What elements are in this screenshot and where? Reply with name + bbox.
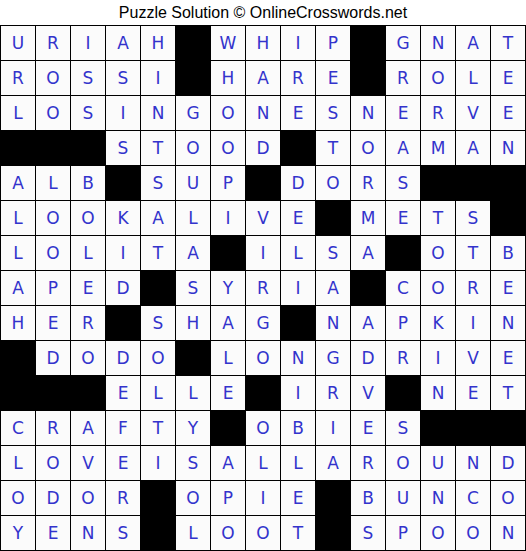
letter-cell: L xyxy=(281,446,315,480)
black-cell xyxy=(1,341,35,375)
letter-cell: I xyxy=(421,341,455,375)
letter-cell: S xyxy=(386,411,420,445)
letter-cell: O xyxy=(36,201,70,235)
letter-cell: R xyxy=(71,306,105,340)
letter-cell: E xyxy=(491,96,525,130)
letter-cell: S xyxy=(351,516,385,550)
letter-cell: A xyxy=(141,201,175,235)
letter-cell: E xyxy=(281,96,315,130)
letter-cell: N xyxy=(456,446,490,480)
letter-cell: T xyxy=(141,236,175,270)
letter-cell: A xyxy=(246,61,280,95)
black-cell xyxy=(141,481,175,515)
letter-cell: R xyxy=(246,271,280,305)
letter-cell: N xyxy=(281,341,315,375)
letter-cell: S xyxy=(176,446,210,480)
letter-cell: N xyxy=(421,26,455,60)
letter-cell: S xyxy=(386,166,420,200)
letter-cell: R xyxy=(456,271,490,305)
letter-cell: A xyxy=(71,411,105,445)
letter-cell: O xyxy=(421,271,455,305)
letter-cell: R xyxy=(421,96,455,130)
letter-cell: O xyxy=(421,236,455,270)
letter-cell: K xyxy=(106,201,140,235)
black-cell xyxy=(351,26,385,60)
black-cell xyxy=(281,131,315,165)
letter-cell: E xyxy=(36,306,70,340)
page-title: Puzzle Solution © OnlineCrosswords.net xyxy=(0,0,526,25)
letter-cell: A xyxy=(106,26,140,60)
black-cell xyxy=(316,516,350,550)
letter-cell: I xyxy=(211,201,245,235)
letter-cell: S xyxy=(106,516,140,550)
letter-cell: A xyxy=(386,131,420,165)
letter-cell: H xyxy=(176,306,210,340)
letter-cell: L xyxy=(176,376,210,410)
letter-cell: A xyxy=(456,26,490,60)
letter-cell: E xyxy=(456,376,490,410)
letter-cell: T xyxy=(141,411,175,445)
letter-cell: O xyxy=(36,96,70,130)
letter-cell: N xyxy=(421,376,455,410)
black-cell xyxy=(351,61,385,95)
letter-cell: T xyxy=(281,516,315,550)
black-cell xyxy=(456,166,490,200)
black-cell xyxy=(176,341,210,375)
black-cell xyxy=(1,131,35,165)
black-cell xyxy=(176,61,210,95)
letter-cell: H xyxy=(246,26,280,60)
letter-cell: R xyxy=(316,376,350,410)
letter-cell: L xyxy=(1,201,35,235)
black-cell xyxy=(1,376,35,410)
letter-cell: E xyxy=(211,376,245,410)
black-cell xyxy=(491,166,525,200)
letter-cell: S xyxy=(456,201,490,235)
letter-cell: I xyxy=(281,26,315,60)
letter-cell: E xyxy=(106,376,140,410)
letter-cell: R xyxy=(386,341,420,375)
letter-cell: L xyxy=(36,166,70,200)
letter-cell: E xyxy=(386,201,420,235)
letter-cell: Y xyxy=(176,411,210,445)
letter-cell: E xyxy=(281,201,315,235)
black-cell xyxy=(386,236,420,270)
letter-cell: L xyxy=(456,61,490,95)
letter-cell: O xyxy=(1,481,35,515)
black-cell xyxy=(421,166,455,200)
letter-cell: I xyxy=(106,236,140,270)
letter-cell: S xyxy=(141,166,175,200)
letter-cell: T xyxy=(421,201,455,235)
letter-cell: O xyxy=(176,131,210,165)
black-cell xyxy=(176,26,210,60)
letter-cell: V xyxy=(351,376,385,410)
letter-cell: L xyxy=(211,341,245,375)
letter-cell: E xyxy=(386,96,420,130)
black-cell xyxy=(491,411,525,445)
black-cell xyxy=(141,271,175,305)
letter-cell: B xyxy=(281,411,315,445)
letter-cell: V xyxy=(71,446,105,480)
letter-cell: A xyxy=(351,306,385,340)
letter-cell: D xyxy=(106,271,140,305)
letter-cell: S xyxy=(106,61,140,95)
letter-cell: I xyxy=(281,271,315,305)
letter-cell: O xyxy=(351,131,385,165)
crossword-grid: URIAHWHIPGNATROSSIHAREROLELOSINGONESNERV… xyxy=(0,25,526,551)
letter-cell: O xyxy=(246,516,280,550)
letter-cell: T xyxy=(491,376,525,410)
letter-cell: O xyxy=(456,516,490,550)
letter-cell: A xyxy=(316,446,350,480)
letter-cell: H xyxy=(141,26,175,60)
letter-cell: P xyxy=(211,481,245,515)
letter-cell: B xyxy=(351,481,385,515)
letter-cell: L xyxy=(1,446,35,480)
letter-cell: P xyxy=(316,26,350,60)
letter-cell: A xyxy=(176,236,210,270)
black-cell xyxy=(106,166,140,200)
letter-cell: I xyxy=(141,446,175,480)
letter-cell: O xyxy=(246,341,280,375)
letter-cell: L xyxy=(141,376,175,410)
letter-cell: N xyxy=(71,516,105,550)
letter-cell: G xyxy=(246,306,280,340)
letter-cell: S xyxy=(106,131,140,165)
black-cell xyxy=(211,411,245,445)
letter-cell: H xyxy=(1,306,35,340)
letter-cell: P xyxy=(386,306,420,340)
letter-cell: R xyxy=(281,61,315,95)
letter-cell: I xyxy=(246,481,280,515)
letter-cell: D xyxy=(36,481,70,515)
letter-cell: V xyxy=(456,96,490,130)
letter-cell: G xyxy=(386,26,420,60)
black-cell xyxy=(71,131,105,165)
letter-cell: E xyxy=(316,61,350,95)
letter-cell: A xyxy=(1,271,35,305)
black-cell xyxy=(456,411,490,445)
letter-cell: M xyxy=(351,201,385,235)
letter-cell: V xyxy=(456,341,490,375)
letter-cell: I xyxy=(316,411,350,445)
letter-cell: L xyxy=(176,516,210,550)
letter-cell: E xyxy=(281,481,315,515)
letter-cell: W xyxy=(211,26,245,60)
letter-cell: I xyxy=(281,376,315,410)
letter-cell: B xyxy=(71,166,105,200)
letter-cell: L xyxy=(176,201,210,235)
black-cell xyxy=(316,481,350,515)
letter-cell: C xyxy=(456,481,490,515)
letter-cell: N xyxy=(141,96,175,130)
black-cell xyxy=(491,201,525,235)
letter-cell: R xyxy=(386,61,420,95)
letter-cell: D xyxy=(36,341,70,375)
letter-cell: G xyxy=(316,341,350,375)
letter-cell: E xyxy=(106,446,140,480)
letter-cell: O xyxy=(36,61,70,95)
black-cell xyxy=(36,131,70,165)
letter-cell: U xyxy=(421,446,455,480)
letter-cell: U xyxy=(176,166,210,200)
letter-cell: D xyxy=(246,131,280,165)
letter-cell: D xyxy=(106,341,140,375)
letter-cell: N xyxy=(246,96,280,130)
black-cell xyxy=(141,516,175,550)
letter-cell: R xyxy=(1,61,35,95)
letter-cell: I xyxy=(456,306,490,340)
letter-cell: Y xyxy=(1,516,35,550)
letter-cell: O xyxy=(71,341,105,375)
letter-cell: A xyxy=(211,306,245,340)
black-cell xyxy=(106,306,140,340)
letter-cell: O xyxy=(316,166,350,200)
letter-cell: F xyxy=(106,411,140,445)
letter-cell: A xyxy=(316,271,350,305)
letter-cell: C xyxy=(386,271,420,305)
letter-cell: K xyxy=(421,306,455,340)
letter-cell: E xyxy=(491,271,525,305)
black-cell xyxy=(421,411,455,445)
letter-cell: I xyxy=(246,236,280,270)
letter-cell: O xyxy=(421,516,455,550)
letter-cell: N xyxy=(351,96,385,130)
letter-cell: T xyxy=(456,236,490,270)
letter-cell: L xyxy=(71,236,105,270)
letter-cell: A xyxy=(211,446,245,480)
letter-cell: S xyxy=(141,306,175,340)
letter-cell: S xyxy=(176,271,210,305)
black-cell xyxy=(71,376,105,410)
letter-cell: S xyxy=(71,61,105,95)
black-cell xyxy=(246,166,280,200)
letter-cell: S xyxy=(316,96,350,130)
letter-cell: O xyxy=(141,341,175,375)
black-cell xyxy=(351,271,385,305)
letter-cell: M xyxy=(421,131,455,165)
letter-cell: N xyxy=(421,481,455,515)
letter-cell: E xyxy=(351,411,385,445)
letter-cell: O xyxy=(386,446,420,480)
letter-cell: O xyxy=(211,131,245,165)
letter-cell: I xyxy=(141,61,175,95)
letter-cell: O xyxy=(491,481,525,515)
letter-cell: E xyxy=(491,341,525,375)
letter-cell: O xyxy=(71,481,105,515)
letter-cell: V xyxy=(246,201,280,235)
letter-cell: D xyxy=(281,166,315,200)
letter-cell: A xyxy=(456,131,490,165)
letter-cell: T xyxy=(491,26,525,60)
letter-cell: A xyxy=(351,236,385,270)
letter-cell: L xyxy=(246,446,280,480)
letter-cell: R xyxy=(351,166,385,200)
letter-cell: Y xyxy=(211,271,245,305)
letter-cell: U xyxy=(386,481,420,515)
letter-cell: D xyxy=(491,446,525,480)
letter-cell: E xyxy=(36,516,70,550)
letter-cell: N xyxy=(316,306,350,340)
letter-cell: O xyxy=(211,96,245,130)
letter-cell: I xyxy=(71,26,105,60)
letter-cell: P xyxy=(36,271,70,305)
letter-cell: P xyxy=(386,516,420,550)
letter-cell: C xyxy=(1,411,35,445)
letter-cell: S xyxy=(316,236,350,270)
letter-cell: N xyxy=(491,131,525,165)
letter-cell: O xyxy=(246,411,280,445)
letter-cell: I xyxy=(106,96,140,130)
letter-cell: O xyxy=(176,481,210,515)
letter-cell: L xyxy=(1,236,35,270)
letter-cell: R xyxy=(36,26,70,60)
black-cell xyxy=(211,236,245,270)
letter-cell: O xyxy=(36,236,70,270)
letter-cell: G xyxy=(176,96,210,130)
letter-cell: U xyxy=(1,26,35,60)
black-cell xyxy=(36,376,70,410)
letter-cell: O xyxy=(211,516,245,550)
letter-cell: S xyxy=(71,96,105,130)
letter-cell: A xyxy=(1,166,35,200)
letter-cell: T xyxy=(316,131,350,165)
letter-cell: O xyxy=(36,446,70,480)
black-cell xyxy=(386,376,420,410)
black-cell xyxy=(281,306,315,340)
black-cell xyxy=(246,376,280,410)
letter-cell: L xyxy=(281,236,315,270)
letter-cell: P xyxy=(211,166,245,200)
letter-cell: B xyxy=(491,236,525,270)
letter-cell: E xyxy=(71,271,105,305)
letter-cell: R xyxy=(351,446,385,480)
letter-cell: O xyxy=(421,61,455,95)
letter-cell: H xyxy=(211,61,245,95)
letter-cell: R xyxy=(106,481,140,515)
letter-cell: T xyxy=(141,131,175,165)
letter-cell: R xyxy=(36,411,70,445)
letter-cell: N xyxy=(491,306,525,340)
letter-cell: D xyxy=(351,341,385,375)
black-cell xyxy=(316,201,350,235)
letter-cell: O xyxy=(71,201,105,235)
letter-cell: L xyxy=(1,96,35,130)
letter-cell: N xyxy=(491,516,525,550)
letter-cell: E xyxy=(491,61,525,95)
